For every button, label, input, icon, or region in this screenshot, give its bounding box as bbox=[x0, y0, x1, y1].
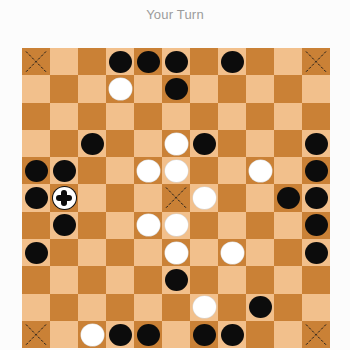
board-square[interactable] bbox=[134, 75, 162, 102]
board-square[interactable] bbox=[162, 321, 190, 348]
board-square[interactable] bbox=[50, 321, 78, 348]
board-square[interactable] bbox=[218, 239, 246, 266]
board-square[interactable] bbox=[106, 184, 134, 211]
black-attacker-piece[interactable] bbox=[221, 51, 244, 73]
board-square[interactable] bbox=[106, 321, 134, 348]
board-square[interactable] bbox=[134, 212, 162, 239]
board-square[interactable] bbox=[50, 103, 78, 130]
board-square[interactable] bbox=[246, 266, 274, 293]
board-square[interactable] bbox=[246, 75, 274, 102]
board-square[interactable] bbox=[274, 212, 302, 239]
white-defender-piece[interactable] bbox=[193, 187, 216, 209]
board-square[interactable] bbox=[274, 48, 302, 75]
throne-x-mark bbox=[162, 184, 190, 211]
board-square[interactable] bbox=[302, 321, 330, 348]
board-square[interactable] bbox=[78, 321, 106, 348]
black-attacker-piece[interactable] bbox=[53, 214, 76, 236]
board-square[interactable] bbox=[78, 184, 106, 211]
board-square[interactable] bbox=[106, 48, 134, 75]
game-board bbox=[22, 48, 330, 348]
white-defender-piece[interactable] bbox=[81, 324, 104, 346]
board-square[interactable] bbox=[50, 157, 78, 184]
board-square[interactable] bbox=[78, 75, 106, 102]
board-square[interactable] bbox=[50, 294, 78, 321]
board-square[interactable] bbox=[246, 321, 274, 348]
corner-x-mark bbox=[22, 321, 50, 348]
board-square[interactable] bbox=[218, 130, 246, 157]
board-square[interactable] bbox=[218, 321, 246, 348]
board-square[interactable] bbox=[22, 294, 50, 321]
black-attacker-piece[interactable] bbox=[25, 242, 48, 264]
black-attacker-piece[interactable] bbox=[25, 160, 48, 182]
white-defender-piece[interactable] bbox=[221, 242, 244, 264]
turn-status-label: Your Turn bbox=[0, 7, 350, 22]
black-attacker-piece[interactable] bbox=[165, 269, 188, 291]
board-square[interactable] bbox=[134, 157, 162, 184]
board-square[interactable] bbox=[78, 294, 106, 321]
board-square[interactable] bbox=[162, 294, 190, 321]
board-square[interactable] bbox=[134, 130, 162, 157]
white-defender-piece[interactable] bbox=[137, 160, 160, 182]
white-defender-piece[interactable] bbox=[249, 160, 272, 182]
board-square[interactable] bbox=[22, 184, 50, 211]
board-square[interactable] bbox=[162, 239, 190, 266]
board-square[interactable] bbox=[78, 48, 106, 75]
board-square[interactable] bbox=[190, 239, 218, 266]
board-square[interactable] bbox=[22, 75, 50, 102]
board-square[interactable] bbox=[50, 130, 78, 157]
black-attacker-piece[interactable] bbox=[137, 324, 160, 346]
corner-x-mark bbox=[302, 48, 330, 75]
board-square[interactable] bbox=[274, 239, 302, 266]
white-defender-piece[interactable] bbox=[109, 78, 132, 100]
board-square[interactable] bbox=[190, 157, 218, 184]
board-square[interactable] bbox=[302, 75, 330, 102]
black-attacker-piece[interactable] bbox=[165, 51, 188, 73]
black-attacker-piece[interactable] bbox=[193, 133, 216, 155]
board-square[interactable] bbox=[162, 103, 190, 130]
black-attacker-piece[interactable] bbox=[109, 324, 132, 346]
white-defender-piece[interactable] bbox=[137, 214, 160, 236]
board-square[interactable] bbox=[50, 184, 78, 211]
board-square[interactable] bbox=[274, 75, 302, 102]
board-square[interactable] bbox=[106, 130, 134, 157]
board-square[interactable] bbox=[106, 103, 134, 130]
board-square[interactable] bbox=[134, 103, 162, 130]
board-square[interactable] bbox=[22, 266, 50, 293]
black-attacker-piece[interactable] bbox=[193, 324, 216, 346]
board-square[interactable] bbox=[78, 157, 106, 184]
board-square[interactable] bbox=[162, 48, 190, 75]
black-attacker-piece[interactable] bbox=[221, 324, 244, 346]
board-square[interactable] bbox=[302, 103, 330, 130]
board-square[interactable] bbox=[274, 266, 302, 293]
board-square[interactable] bbox=[190, 212, 218, 239]
board-square[interactable] bbox=[22, 103, 50, 130]
white-defender-piece[interactable] bbox=[165, 242, 188, 264]
board-square[interactable] bbox=[218, 212, 246, 239]
board-square[interactable] bbox=[302, 294, 330, 321]
board-square[interactable] bbox=[274, 294, 302, 321]
black-attacker-piece[interactable] bbox=[305, 242, 328, 264]
board-square[interactable] bbox=[274, 157, 302, 184]
board-square[interactable] bbox=[218, 157, 246, 184]
white-defender-piece[interactable] bbox=[165, 160, 188, 182]
board-square[interactable] bbox=[246, 157, 274, 184]
board-square[interactable] bbox=[274, 130, 302, 157]
black-attacker-piece[interactable] bbox=[305, 160, 328, 182]
board-square[interactable] bbox=[134, 294, 162, 321]
board-square[interactable] bbox=[274, 321, 302, 348]
board-square[interactable] bbox=[162, 266, 190, 293]
board-square[interactable] bbox=[302, 130, 330, 157]
board-square[interactable] bbox=[22, 239, 50, 266]
board-square[interactable] bbox=[218, 103, 246, 130]
board-square[interactable] bbox=[106, 75, 134, 102]
board-square[interactable] bbox=[302, 266, 330, 293]
board-square[interactable] bbox=[246, 239, 274, 266]
black-attacker-piece[interactable] bbox=[305, 187, 328, 209]
board-square[interactable] bbox=[218, 184, 246, 211]
board-square[interactable] bbox=[218, 266, 246, 293]
board-square[interactable] bbox=[134, 48, 162, 75]
board-square[interactable] bbox=[274, 184, 302, 211]
board-square[interactable] bbox=[302, 239, 330, 266]
game-screen: Your Turn bbox=[0, 0, 350, 350]
board-square[interactable] bbox=[50, 266, 78, 293]
board-square[interactable] bbox=[162, 130, 190, 157]
board-square[interactable] bbox=[190, 321, 218, 348]
board-square[interactable] bbox=[246, 294, 274, 321]
white-defender-piece[interactable] bbox=[165, 214, 188, 236]
corner-x-mark bbox=[302, 321, 330, 348]
corner-x-mark bbox=[22, 48, 50, 75]
black-attacker-piece[interactable] bbox=[277, 187, 300, 209]
board-square[interactable] bbox=[190, 48, 218, 75]
board-square[interactable] bbox=[78, 130, 106, 157]
board-square[interactable] bbox=[78, 212, 106, 239]
board-square[interactable] bbox=[106, 266, 134, 293]
board-square[interactable] bbox=[78, 103, 106, 130]
board-square[interactable] bbox=[162, 212, 190, 239]
board-square[interactable] bbox=[106, 157, 134, 184]
board-square[interactable] bbox=[302, 48, 330, 75]
board-square[interactable] bbox=[218, 75, 246, 102]
board-square[interactable] bbox=[50, 48, 78, 75]
black-attacker-piece[interactable] bbox=[53, 160, 76, 182]
board-square[interactable] bbox=[218, 294, 246, 321]
board-square[interactable] bbox=[106, 294, 134, 321]
board-square[interactable] bbox=[302, 157, 330, 184]
board-square[interactable] bbox=[246, 130, 274, 157]
board-square[interactable] bbox=[106, 212, 134, 239]
board-square[interactable] bbox=[162, 157, 190, 184]
black-attacker-piece[interactable] bbox=[109, 51, 132, 73]
board-square[interactable] bbox=[162, 184, 190, 211]
board-square[interactable] bbox=[190, 266, 218, 293]
board-square[interactable] bbox=[50, 212, 78, 239]
board-square[interactable] bbox=[190, 294, 218, 321]
board-square[interactable] bbox=[78, 239, 106, 266]
board-square[interactable] bbox=[162, 75, 190, 102]
board-square[interactable] bbox=[22, 157, 50, 184]
board-square[interactable] bbox=[22, 48, 50, 75]
white-defender-piece[interactable] bbox=[193, 296, 216, 318]
board-square[interactable] bbox=[134, 184, 162, 211]
board-square[interactable] bbox=[22, 321, 50, 348]
black-attacker-piece[interactable] bbox=[305, 133, 328, 155]
board-square[interactable] bbox=[50, 75, 78, 102]
board-square[interactable] bbox=[246, 103, 274, 130]
board-square[interactable] bbox=[246, 184, 274, 211]
board-square[interactable] bbox=[78, 266, 106, 293]
board-square[interactable] bbox=[218, 48, 246, 75]
board-square[interactable] bbox=[134, 239, 162, 266]
board-square[interactable] bbox=[22, 130, 50, 157]
board-square[interactable] bbox=[246, 48, 274, 75]
board-square[interactable] bbox=[22, 212, 50, 239]
board-square[interactable] bbox=[302, 184, 330, 211]
black-attacker-piece[interactable] bbox=[305, 214, 328, 236]
board-square[interactable] bbox=[50, 239, 78, 266]
board-square[interactable] bbox=[190, 103, 218, 130]
black-attacker-piece[interactable] bbox=[165, 78, 188, 100]
black-attacker-piece[interactable] bbox=[25, 187, 48, 209]
black-attacker-piece[interactable] bbox=[249, 296, 272, 318]
board-square[interactable] bbox=[274, 103, 302, 130]
white-defender-piece[interactable] bbox=[165, 133, 188, 155]
board-square[interactable] bbox=[190, 130, 218, 157]
board-square[interactable] bbox=[106, 239, 134, 266]
board-square[interactable] bbox=[190, 184, 218, 211]
black-attacker-piece[interactable] bbox=[137, 51, 160, 73]
board-square[interactable] bbox=[190, 75, 218, 102]
board-square[interactable] bbox=[134, 321, 162, 348]
black-attacker-piece[interactable] bbox=[81, 133, 104, 155]
white-king-piece[interactable] bbox=[53, 187, 76, 209]
board-square[interactable] bbox=[134, 266, 162, 293]
board-square[interactable] bbox=[302, 212, 330, 239]
board-square[interactable] bbox=[246, 212, 274, 239]
